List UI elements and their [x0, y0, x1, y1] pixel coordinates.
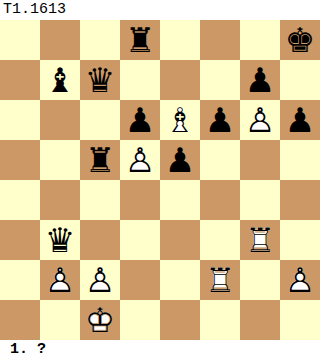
- white-pawn-icon: ♙: [120, 140, 160, 180]
- square-e6[interactable]: ♝♗: [160, 100, 200, 140]
- chess-puzzle-app: T1.1613 ♜♚♝♛♟♟♝♗♟♟♙♟♜♟♙♟♛♜♖♟♙♟♙♜♖♟♙♚♔ 1.…: [0, 0, 320, 360]
- piece-black-queen: ♛: [80, 60, 120, 100]
- square-c5[interactable]: ♜: [80, 140, 120, 180]
- square-h4[interactable]: [280, 180, 320, 220]
- white-rook-icon: ♖: [200, 260, 240, 300]
- square-d8[interactable]: ♜: [120, 20, 160, 60]
- square-h3[interactable]: [280, 220, 320, 260]
- square-g8[interactable]: [240, 20, 280, 60]
- square-a1[interactable]: [0, 300, 40, 340]
- black-pawn-icon: ♟: [280, 100, 320, 140]
- square-d6[interactable]: ♟: [120, 100, 160, 140]
- square-a5[interactable]: [0, 140, 40, 180]
- black-rook-icon: ♜: [80, 140, 120, 180]
- square-g5[interactable]: [240, 140, 280, 180]
- square-e4[interactable]: [160, 180, 200, 220]
- piece-white-king: ♚♔: [80, 300, 120, 340]
- square-g7[interactable]: ♟: [240, 60, 280, 100]
- black-bishop-icon: ♝: [40, 60, 80, 100]
- square-d1[interactable]: [120, 300, 160, 340]
- black-pawn-icon: ♟: [120, 100, 160, 140]
- black-rook-icon: ♜: [120, 20, 160, 60]
- square-d7[interactable]: [120, 60, 160, 100]
- square-f2[interactable]: ♜♖: [200, 260, 240, 300]
- square-a2[interactable]: [0, 260, 40, 300]
- square-h8[interactable]: ♚: [280, 20, 320, 60]
- square-a8[interactable]: [0, 20, 40, 60]
- square-h1[interactable]: [280, 300, 320, 340]
- piece-white-pawn: ♟♙: [80, 260, 120, 300]
- black-queen-icon: ♛: [40, 220, 80, 260]
- square-e8[interactable]: [160, 20, 200, 60]
- square-f4[interactable]: [200, 180, 240, 220]
- white-pawn-icon: ♙: [40, 260, 80, 300]
- piece-white-pawn: ♟♙: [280, 260, 320, 300]
- square-c8[interactable]: [80, 20, 120, 60]
- piece-white-pawn: ♟♙: [40, 260, 80, 300]
- square-f6[interactable]: ♟: [200, 100, 240, 140]
- square-c4[interactable]: [80, 180, 120, 220]
- square-a4[interactable]: [0, 180, 40, 220]
- piece-black-pawn: ♟: [280, 100, 320, 140]
- move-prompt: 1. ?: [0, 340, 320, 360]
- square-f1[interactable]: [200, 300, 240, 340]
- square-b1[interactable]: [40, 300, 80, 340]
- square-a6[interactable]: [0, 100, 40, 140]
- square-c7[interactable]: ♛: [80, 60, 120, 100]
- piece-white-rook: ♜♖: [200, 260, 240, 300]
- white-bishop-icon: ♗: [160, 100, 200, 140]
- piece-white-pawn: ♟♙: [240, 100, 280, 140]
- piece-black-rook: ♜: [120, 20, 160, 60]
- square-d5[interactable]: ♟♙: [120, 140, 160, 180]
- square-c1[interactable]: ♚♔: [80, 300, 120, 340]
- piece-black-pawn: ♟: [240, 60, 280, 100]
- square-h7[interactable]: [280, 60, 320, 100]
- white-pawn-icon: ♙: [80, 260, 120, 300]
- black-queen-icon: ♛: [80, 60, 120, 100]
- piece-black-pawn: ♟: [160, 140, 200, 180]
- square-e3[interactable]: [160, 220, 200, 260]
- square-h2[interactable]: ♟♙: [280, 260, 320, 300]
- square-c2[interactable]: ♟♙: [80, 260, 120, 300]
- piece-white-bishop: ♝♗: [160, 100, 200, 140]
- piece-black-rook: ♜: [80, 140, 120, 180]
- square-e7[interactable]: [160, 60, 200, 100]
- square-g4[interactable]: [240, 180, 280, 220]
- square-a7[interactable]: [0, 60, 40, 100]
- square-b4[interactable]: [40, 180, 80, 220]
- square-b6[interactable]: [40, 100, 80, 140]
- black-pawn-icon: ♟: [200, 100, 240, 140]
- piece-white-pawn: ♟♙: [120, 140, 160, 180]
- square-b7[interactable]: ♝: [40, 60, 80, 100]
- square-h6[interactable]: ♟: [280, 100, 320, 140]
- square-c3[interactable]: [80, 220, 120, 260]
- piece-black-pawn: ♟: [120, 100, 160, 140]
- square-f5[interactable]: [200, 140, 240, 180]
- square-d2[interactable]: [120, 260, 160, 300]
- square-h5[interactable]: [280, 140, 320, 180]
- chess-board: ♜♚♝♛♟♟♝♗♟♟♙♟♜♟♙♟♛♜♖♟♙♟♙♜♖♟♙♚♔: [0, 20, 320, 340]
- puzzle-id: T1.1613: [0, 0, 320, 20]
- square-b5[interactable]: [40, 140, 80, 180]
- white-king-icon: ♔: [80, 300, 120, 340]
- black-pawn-icon: ♟: [240, 60, 280, 100]
- white-rook-icon: ♖: [240, 220, 280, 260]
- black-pawn-icon: ♟: [160, 140, 200, 180]
- square-f3[interactable]: [200, 220, 240, 260]
- square-g3[interactable]: ♜♖: [240, 220, 280, 260]
- white-pawn-icon: ♙: [280, 260, 320, 300]
- square-e5[interactable]: ♟: [160, 140, 200, 180]
- square-d4[interactable]: [120, 180, 160, 220]
- square-b2[interactable]: ♟♙: [40, 260, 80, 300]
- piece-white-rook: ♜♖: [240, 220, 280, 260]
- square-e1[interactable]: [160, 300, 200, 340]
- square-a3[interactable]: [0, 220, 40, 260]
- white-pawn-icon: ♙: [240, 100, 280, 140]
- piece-black-bishop: ♝: [40, 60, 80, 100]
- square-g6[interactable]: ♟♙: [240, 100, 280, 140]
- square-b3[interactable]: ♛: [40, 220, 80, 260]
- piece-black-king: ♚: [280, 20, 320, 60]
- square-c6[interactable]: [80, 100, 120, 140]
- piece-black-queen: ♛: [40, 220, 80, 260]
- piece-black-pawn: ♟: [200, 100, 240, 140]
- square-f7[interactable]: [200, 60, 240, 100]
- square-f8[interactable]: [200, 20, 240, 60]
- square-d3[interactable]: [120, 220, 160, 260]
- square-g2[interactable]: [240, 260, 280, 300]
- black-king-icon: ♚: [280, 20, 320, 60]
- square-e2[interactable]: [160, 260, 200, 300]
- square-b8[interactable]: [40, 20, 80, 60]
- square-g1[interactable]: [240, 300, 280, 340]
